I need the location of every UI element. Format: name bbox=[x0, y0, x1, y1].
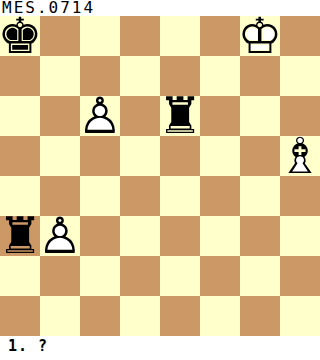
square-c5[interactable] bbox=[80, 136, 120, 176]
square-e6[interactable]: ♜ bbox=[160, 96, 200, 136]
square-b6[interactable] bbox=[40, 96, 80, 136]
square-b2[interactable] bbox=[40, 256, 80, 296]
square-f1[interactable] bbox=[200, 296, 240, 336]
square-a5[interactable] bbox=[0, 136, 40, 176]
square-g3[interactable] bbox=[240, 216, 280, 256]
square-b7[interactable] bbox=[40, 56, 80, 96]
white-bishop-glyph: ♗ bbox=[280, 136, 320, 176]
square-d6[interactable] bbox=[120, 96, 160, 136]
square-c6[interactable]: ♟♙ bbox=[80, 96, 120, 136]
square-g5[interactable] bbox=[240, 136, 280, 176]
square-e8[interactable] bbox=[160, 16, 200, 56]
square-g4[interactable] bbox=[240, 176, 280, 216]
square-h3[interactable] bbox=[280, 216, 320, 256]
square-f8[interactable] bbox=[200, 16, 240, 56]
square-d7[interactable] bbox=[120, 56, 160, 96]
square-h5[interactable]: ♝♗ bbox=[280, 136, 320, 176]
piece-black-rook[interactable]: ♜ bbox=[0, 216, 40, 256]
square-d5[interactable] bbox=[120, 136, 160, 176]
piece-black-king[interactable]: ♚ bbox=[0, 16, 40, 56]
square-h2[interactable] bbox=[280, 256, 320, 296]
square-a7[interactable] bbox=[0, 56, 40, 96]
square-h8[interactable] bbox=[280, 16, 320, 56]
square-d4[interactable] bbox=[120, 176, 160, 216]
piece-white-pawn[interactable]: ♟♙ bbox=[80, 96, 120, 136]
chess-board: ♚♚♔♟♙♜♝♗♜♟♙ bbox=[0, 16, 320, 336]
square-e1[interactable] bbox=[160, 296, 200, 336]
piece-white-king[interactable]: ♚♔ bbox=[240, 16, 280, 56]
square-f2[interactable] bbox=[200, 256, 240, 296]
white-pawn-glyph: ♙ bbox=[80, 96, 120, 136]
square-e4[interactable] bbox=[160, 176, 200, 216]
square-a8[interactable]: ♚ bbox=[0, 16, 40, 56]
square-f5[interactable] bbox=[200, 136, 240, 176]
square-d2[interactable] bbox=[120, 256, 160, 296]
square-g2[interactable] bbox=[240, 256, 280, 296]
square-h7[interactable] bbox=[280, 56, 320, 96]
square-h1[interactable] bbox=[280, 296, 320, 336]
piece-black-rook[interactable]: ♜ bbox=[160, 96, 200, 136]
square-h4[interactable] bbox=[280, 176, 320, 216]
square-d3[interactable] bbox=[120, 216, 160, 256]
square-g7[interactable] bbox=[240, 56, 280, 96]
square-f4[interactable] bbox=[200, 176, 240, 216]
square-g8[interactable]: ♚♔ bbox=[240, 16, 280, 56]
black-rook-glyph: ♜ bbox=[160, 96, 200, 136]
square-f7[interactable] bbox=[200, 56, 240, 96]
square-g6[interactable] bbox=[240, 96, 280, 136]
square-c1[interactable] bbox=[80, 296, 120, 336]
square-b8[interactable] bbox=[40, 16, 80, 56]
square-e2[interactable] bbox=[160, 256, 200, 296]
square-b3[interactable]: ♟♙ bbox=[40, 216, 80, 256]
square-b1[interactable] bbox=[40, 296, 80, 336]
square-c8[interactable] bbox=[80, 16, 120, 56]
square-e5[interactable] bbox=[160, 136, 200, 176]
square-g1[interactable] bbox=[240, 296, 280, 336]
square-d8[interactable] bbox=[120, 16, 160, 56]
square-a1[interactable] bbox=[0, 296, 40, 336]
square-c3[interactable] bbox=[80, 216, 120, 256]
black-rook-glyph: ♜ bbox=[0, 216, 40, 256]
square-a6[interactable] bbox=[0, 96, 40, 136]
square-c2[interactable] bbox=[80, 256, 120, 296]
white-pawn-glyph: ♙ bbox=[40, 216, 80, 256]
black-king-glyph: ♚ bbox=[0, 16, 40, 56]
move-prompt: 1. ? bbox=[8, 336, 48, 360]
square-b5[interactable] bbox=[40, 136, 80, 176]
square-c4[interactable] bbox=[80, 176, 120, 216]
square-f6[interactable] bbox=[200, 96, 240, 136]
white-king-glyph: ♔ bbox=[240, 16, 280, 56]
piece-white-pawn[interactable]: ♟♙ bbox=[40, 216, 80, 256]
square-d1[interactable] bbox=[120, 296, 160, 336]
square-f3[interactable] bbox=[200, 216, 240, 256]
square-e3[interactable] bbox=[160, 216, 200, 256]
piece-white-bishop[interactable]: ♝♗ bbox=[280, 136, 320, 176]
square-a3[interactable]: ♜ bbox=[0, 216, 40, 256]
square-a2[interactable] bbox=[0, 256, 40, 296]
